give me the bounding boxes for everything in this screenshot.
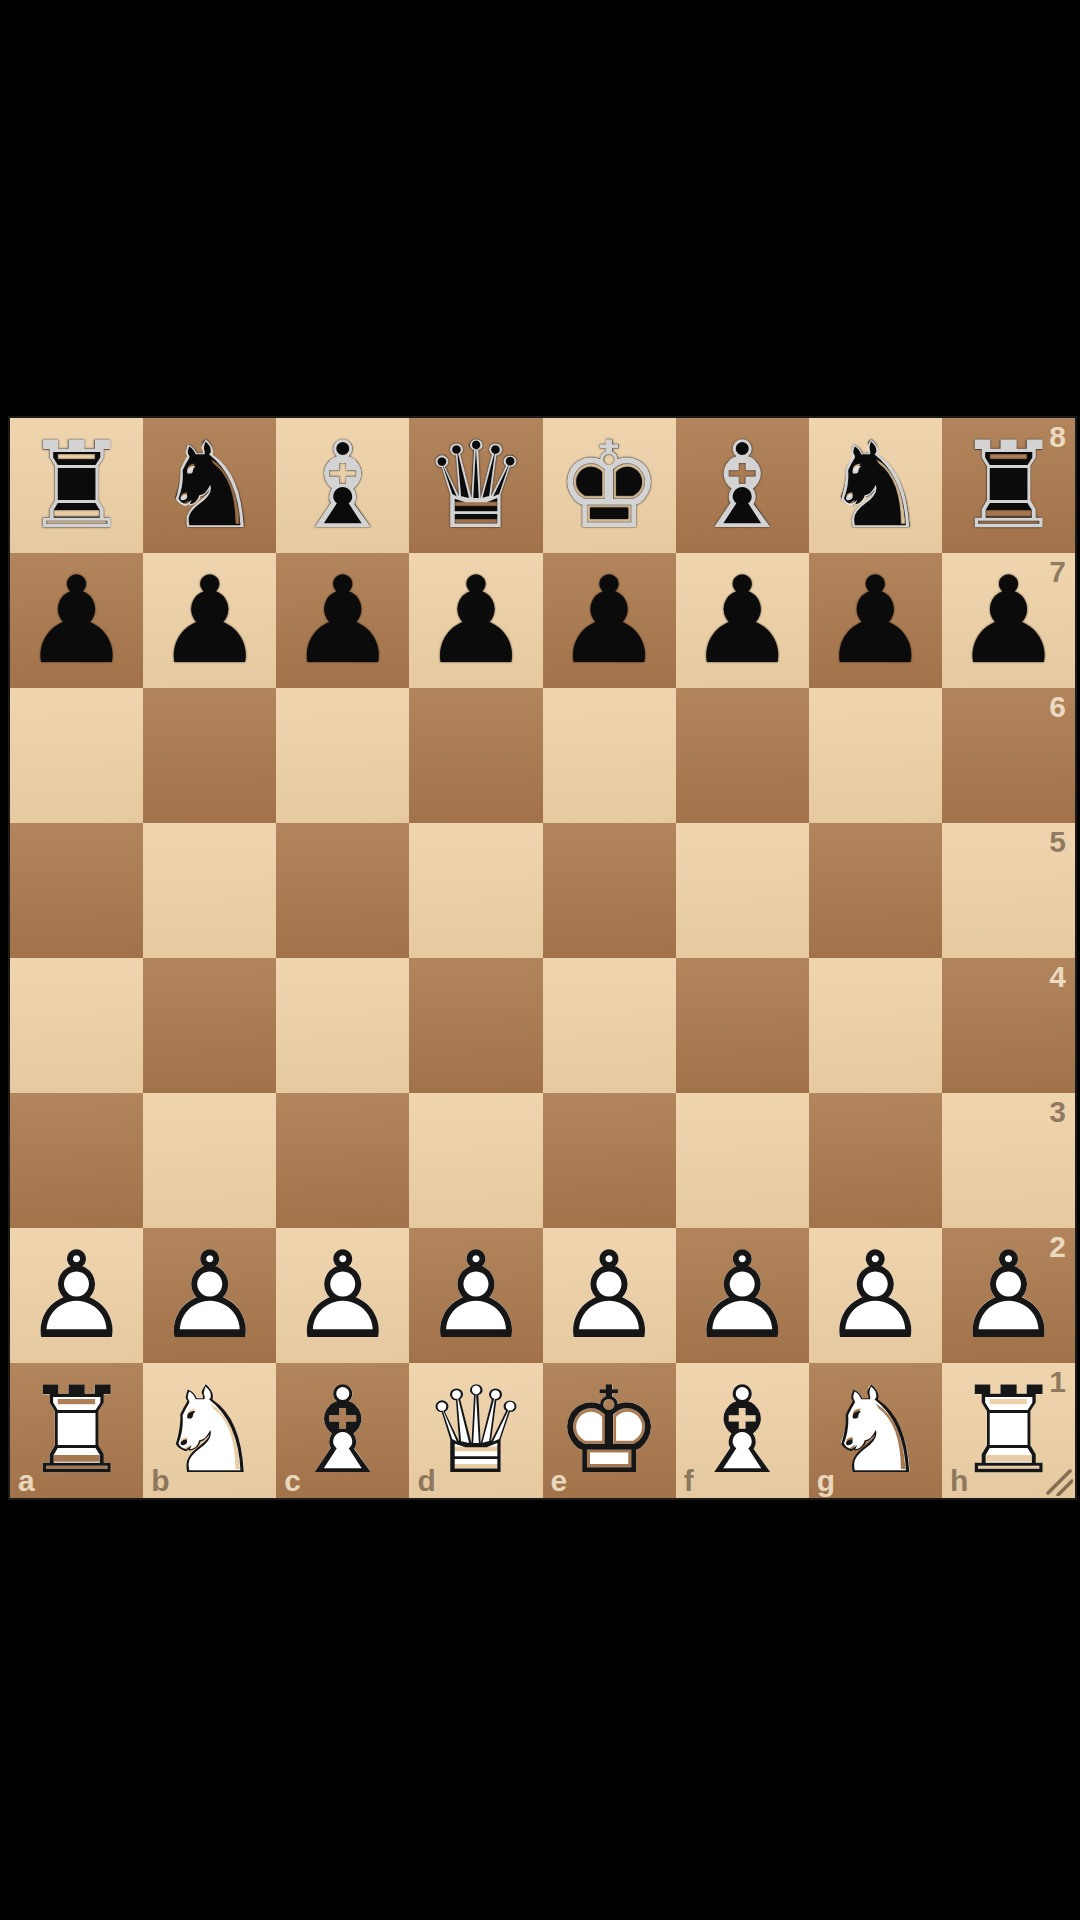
black-pawn[interactable]: ♟♙ — [543, 553, 676, 688]
white-bishop[interactable]: ♝♗ — [276, 1363, 409, 1498]
white-pawn-glyph: ♟ — [543, 1228, 676, 1363]
black-pawn[interactable]: ♟♙ — [10, 553, 143, 688]
square-f5[interactable] — [676, 823, 809, 958]
square-g5[interactable] — [809, 823, 942, 958]
black-queen-outline: ♕ — [409, 418, 542, 553]
white-pawn-glyph: ♟ — [143, 1228, 276, 1363]
black-bishop-glyph: ♝ — [676, 418, 809, 553]
white-pawn[interactable]: ♟♙ — [942, 1228, 1075, 1363]
square-g6[interactable] — [809, 688, 942, 823]
square-d2[interactable]: ♟♙ — [409, 1228, 542, 1363]
black-bishop-glyph: ♝ — [276, 418, 409, 553]
white-bishop[interactable]: ♝♗ — [676, 1363, 809, 1498]
white-queen-outline: ♕ — [409, 1363, 542, 1498]
black-knight-outline: ♘ — [809, 418, 942, 553]
black-pawn-glyph: ♟ — [543, 553, 676, 688]
square-g3[interactable] — [809, 1093, 942, 1228]
white-king-glyph: ♚ — [543, 1363, 676, 1498]
white-bishop-glyph: ♝ — [676, 1363, 809, 1498]
black-pawn-glyph: ♟ — [676, 553, 809, 688]
square-f3[interactable] — [676, 1093, 809, 1228]
black-bishop-outline: ♗ — [676, 418, 809, 553]
square-c1[interactable]: ♝♗c — [276, 1363, 409, 1498]
square-a6[interactable] — [10, 688, 143, 823]
square-d4[interactable] — [409, 958, 542, 1093]
black-rook[interactable]: ♜♖ — [942, 418, 1075, 553]
square-b7[interactable]: ♟♙ — [143, 553, 276, 688]
black-knight-glyph: ♞ — [809, 418, 942, 553]
black-pawn[interactable]: ♟♙ — [143, 553, 276, 688]
square-b6[interactable] — [143, 688, 276, 823]
black-pawn-glyph: ♟ — [276, 553, 409, 688]
white-pawn-outline: ♙ — [809, 1228, 942, 1363]
black-bishop[interactable]: ♝♗ — [676, 418, 809, 553]
black-rook-outline: ♖ — [942, 418, 1075, 553]
white-pawn-glyph: ♟ — [276, 1228, 409, 1363]
white-bishop-outline: ♗ — [276, 1363, 409, 1498]
black-queen-glyph: ♛ — [409, 418, 542, 553]
white-bishop-glyph: ♝ — [276, 1363, 409, 1498]
black-pawn-glyph: ♟ — [809, 553, 942, 688]
square-h3[interactable]: 3 — [942, 1093, 1075, 1228]
white-pawn-glyph: ♟ — [409, 1228, 542, 1363]
black-bishop-outline: ♗ — [276, 418, 409, 553]
white-knight[interactable]: ♞♘ — [809, 1363, 942, 1498]
square-c7[interactable]: ♟♙ — [276, 553, 409, 688]
square-b1[interactable]: ♞♘b — [143, 1363, 276, 1498]
square-a1[interactable]: ♜♖a — [10, 1363, 143, 1498]
square-g1[interactable]: ♞♘g — [809, 1363, 942, 1498]
square-e6[interactable] — [543, 688, 676, 823]
white-pawn[interactable]: ♟♙ — [276, 1228, 409, 1363]
white-pawn-glyph: ♟ — [676, 1228, 809, 1363]
square-c4[interactable] — [276, 958, 409, 1093]
black-rook-glyph: ♜ — [942, 418, 1075, 553]
square-h5[interactable]: 5 — [942, 823, 1075, 958]
square-b5[interactable] — [143, 823, 276, 958]
white-queen[interactable]: ♛♕ — [409, 1363, 542, 1498]
white-king-outline: ♔ — [543, 1363, 676, 1498]
square-e2[interactable]: ♟♙ — [543, 1228, 676, 1363]
white-pawn[interactable]: ♟♙ — [143, 1228, 276, 1363]
square-e7[interactable]: ♟♙ — [543, 553, 676, 688]
square-d5[interactable] — [409, 823, 542, 958]
square-f7[interactable]: ♟♙ — [676, 553, 809, 688]
black-pawn-glyph: ♟ — [143, 553, 276, 688]
square-g7[interactable]: ♟♙ — [809, 553, 942, 688]
white-rook-glyph: ♜ — [10, 1363, 143, 1498]
black-pawn[interactable]: ♟♙ — [276, 553, 409, 688]
white-pawn-outline: ♙ — [276, 1228, 409, 1363]
square-c5[interactable] — [276, 823, 409, 958]
white-knight-glyph: ♞ — [809, 1363, 942, 1498]
white-pawn-outline: ♙ — [543, 1228, 676, 1363]
black-knight-outline: ♘ — [143, 418, 276, 553]
square-e3[interactable] — [543, 1093, 676, 1228]
square-a8[interactable]: ♜♖ — [10, 418, 143, 553]
white-pawn-glyph: ♟ — [942, 1228, 1075, 1363]
square-b8[interactable]: ♞♘ — [143, 418, 276, 553]
white-knight-outline: ♘ — [809, 1363, 942, 1498]
black-pawn[interactable]: ♟♙ — [809, 553, 942, 688]
black-knight[interactable]: ♞♘ — [143, 418, 276, 553]
white-pawn-outline: ♙ — [942, 1228, 1075, 1363]
black-knight[interactable]: ♞♘ — [809, 418, 942, 553]
rank-label-4: 4 — [1049, 962, 1066, 992]
square-h7[interactable]: ♟♙7 — [942, 553, 1075, 688]
black-pawn[interactable]: ♟♙ — [942, 553, 1075, 688]
board-resize-icon[interactable] — [1041, 1464, 1073, 1496]
black-queen[interactable]: ♛♕ — [409, 418, 542, 553]
square-c3[interactable] — [276, 1093, 409, 1228]
square-f6[interactable] — [676, 688, 809, 823]
square-b2[interactable]: ♟♙ — [143, 1228, 276, 1363]
white-pawn-outline: ♙ — [143, 1228, 276, 1363]
black-pawn[interactable]: ♟♙ — [409, 553, 542, 688]
white-knight-glyph: ♞ — [143, 1363, 276, 1498]
white-queen-glyph: ♛ — [409, 1363, 542, 1498]
black-rook[interactable]: ♜♖ — [10, 418, 143, 553]
black-pawn[interactable]: ♟♙ — [676, 553, 809, 688]
black-king-glyph: ♚ — [543, 418, 676, 553]
white-pawn[interactable]: ♟♙ — [409, 1228, 542, 1363]
square-f1[interactable]: ♝♗f — [676, 1363, 809, 1498]
chess-board: ♜♖♞♘♝♗♛♕♚♔♝♗♞♘♜♖8♟♙♟♙♟♙♟♙♟♙♟♙♟♙♟♙76543♟♙… — [10, 418, 1075, 1498]
white-pawn-glyph: ♟ — [10, 1228, 143, 1363]
black-bishop[interactable]: ♝♗ — [276, 418, 409, 553]
white-pawn[interactable]: ♟♙ — [10, 1228, 143, 1363]
square-e4[interactable] — [543, 958, 676, 1093]
square-d8[interactable]: ♛♕ — [409, 418, 542, 553]
square-c8[interactable]: ♝♗ — [276, 418, 409, 553]
square-h8[interactable]: ♜♖8 — [942, 418, 1075, 553]
square-e1[interactable]: ♚♔e — [543, 1363, 676, 1498]
square-d7[interactable]: ♟♙ — [409, 553, 542, 688]
black-rook-glyph: ♜ — [10, 418, 143, 553]
square-b3[interactable] — [143, 1093, 276, 1228]
black-rook-outline: ♖ — [10, 418, 143, 553]
video-frame: { "game": "chess", "position": { "fen": … — [0, 0, 1080, 1920]
rank-label-5: 5 — [1049, 827, 1066, 857]
white-pawn-outline: ♙ — [409, 1228, 542, 1363]
white-rook-outline: ♖ — [10, 1363, 143, 1498]
square-d6[interactable] — [409, 688, 542, 823]
black-pawn-glyph: ♟ — [10, 553, 143, 688]
square-h6[interactable]: 6 — [942, 688, 1075, 823]
square-f2[interactable]: ♟♙ — [676, 1228, 809, 1363]
square-c6[interactable] — [276, 688, 409, 823]
white-pawn[interactable]: ♟♙ — [543, 1228, 676, 1363]
white-bishop-outline: ♗ — [676, 1363, 809, 1498]
square-g2[interactable]: ♟♙ — [809, 1228, 942, 1363]
square-h2[interactable]: ♟♙2 — [942, 1228, 1075, 1363]
square-a3[interactable] — [10, 1093, 143, 1228]
rank-label-3: 3 — [1049, 1097, 1066, 1127]
white-rook[interactable]: ♜♖ — [10, 1363, 143, 1498]
white-king[interactable]: ♚♔ — [543, 1363, 676, 1498]
square-c2[interactable]: ♟♙ — [276, 1228, 409, 1363]
white-pawn[interactable]: ♟♙ — [809, 1228, 942, 1363]
white-pawn[interactable]: ♟♙ — [676, 1228, 809, 1363]
square-g4[interactable] — [809, 958, 942, 1093]
square-e8[interactable]: ♚♔ — [543, 418, 676, 553]
square-f4[interactable] — [676, 958, 809, 1093]
black-king[interactable]: ♚♔ — [543, 418, 676, 553]
black-king-outline: ♔ — [543, 418, 676, 553]
square-e5[interactable] — [543, 823, 676, 958]
white-knight[interactable]: ♞♘ — [143, 1363, 276, 1498]
white-pawn-glyph: ♟ — [809, 1228, 942, 1363]
black-pawn-glyph: ♟ — [409, 553, 542, 688]
white-pawn-outline: ♙ — [10, 1228, 143, 1363]
square-a5[interactable] — [10, 823, 143, 958]
white-knight-outline: ♘ — [143, 1363, 276, 1498]
black-pawn-glyph: ♟ — [942, 553, 1075, 688]
square-h4[interactable]: 4 — [942, 958, 1075, 1093]
square-a2[interactable]: ♟♙ — [10, 1228, 143, 1363]
square-d1[interactable]: ♛♕d — [409, 1363, 542, 1498]
rank-label-6: 6 — [1049, 692, 1066, 722]
square-g8[interactable]: ♞♘ — [809, 418, 942, 553]
square-d3[interactable] — [409, 1093, 542, 1228]
square-a7[interactable]: ♟♙ — [10, 553, 143, 688]
white-pawn-outline: ♙ — [676, 1228, 809, 1363]
square-b4[interactable] — [143, 958, 276, 1093]
black-knight-glyph: ♞ — [143, 418, 276, 553]
square-f8[interactable]: ♝♗ — [676, 418, 809, 553]
square-a4[interactable] — [10, 958, 143, 1093]
